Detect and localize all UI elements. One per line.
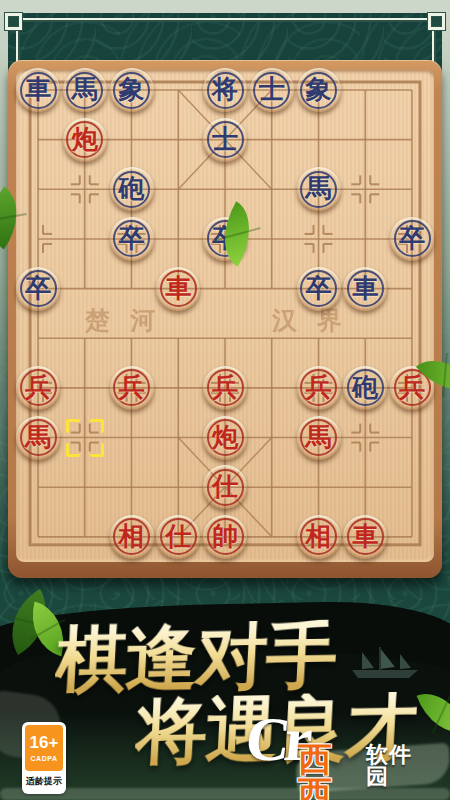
piece-red-cannon[interactable]: 炮 [63,118,107,162]
piece-glyph: 砲 [352,375,378,401]
piece-red-advisor[interactable]: 仕 [156,515,200,559]
piece-glyph: 卒 [306,276,332,302]
frame-top-strip [0,0,450,13]
piece-glyph: 車 [165,276,191,302]
piece-glyph: 炮 [72,127,98,153]
piece-red-elephant[interactable]: 相 [297,515,341,559]
piece-glyph: 象 [306,77,332,103]
xiangqi-board[interactable]: 楚河 汉界 車馬象将士象士炮砲馬卒卒卒卒車卒車兵兵兵兵砲兵馬炮馬仕相仕帥相車 [8,60,442,578]
piece-black-chariot[interactable]: 車 [16,68,60,112]
piece-black-soldier[interactable]: 卒 [16,267,60,311]
piece-glyph: 象 [119,77,145,103]
piece-red-horse[interactable]: 馬 [297,416,341,460]
piece-red-general[interactable]: 帥 [203,515,247,559]
river-label-left: 楚河 [65,304,175,334]
piece-glyph: 相 [306,524,332,550]
piece-red-chariot[interactable]: 車 [343,515,387,559]
piece-black-cannon[interactable]: 砲 [110,167,154,211]
piece-black-advisor[interactable]: 士 [203,118,247,162]
piece-glyph: 馬 [72,77,98,103]
piece-black-elephant[interactable]: 象 [297,68,341,112]
age-rating-value: 16+ [30,734,59,753]
piece-red-soldier[interactable]: 兵 [203,366,247,410]
piece-red-chariot[interactable]: 車 [156,267,200,311]
piece-red-cannon[interactable]: 炮 [203,416,247,460]
piece-black-advisor[interactable]: 士 [250,68,294,112]
piece-red-soldier[interactable]: 兵 [297,366,341,410]
piece-glyph: 兵 [399,375,425,401]
age-rating-badge: 16+ CADPA 适龄提示 [22,722,66,794]
piece-black-horse[interactable]: 馬 [63,68,107,112]
watermark-logo: Cr 西西 软件园 CR173.COM [246,702,430,794]
piece-glyph: 炮 [212,425,238,451]
piece-red-horse[interactable]: 馬 [16,416,60,460]
piece-glyph: 馬 [306,176,332,202]
age-rating-org: CADPA [31,755,58,762]
logo-brand-orange: 西西 [298,742,363,800]
piece-black-general[interactable]: 将 [203,68,247,112]
frame-corner-ornament-right [428,13,445,30]
piece-glyph: 仕 [212,474,238,500]
piece-red-advisor[interactable]: 仕 [203,465,247,509]
piece-glyph: 相 [119,524,145,550]
frame-left-strip [0,13,8,573]
age-rating-label: 适龄提示 [26,775,62,788]
piece-black-elephant[interactable]: 象 [110,68,154,112]
piece-glyph: 卒 [119,226,145,252]
piece-black-cannon[interactable]: 砲 [343,366,387,410]
river-label-right: 汉界 [252,304,362,334]
frame-border-line [16,18,434,20]
piece-black-chariot[interactable]: 車 [343,267,387,311]
piece-glyph: 兵 [25,375,51,401]
piece-red-soldier[interactable]: 兵 [16,366,60,410]
age-rating-box: 16+ CADPA [25,725,63,771]
piece-glyph: 車 [25,77,51,103]
piece-glyph: 卒 [399,226,425,252]
piece-red-elephant[interactable]: 相 [110,515,154,559]
piece-black-horse[interactable]: 馬 [297,167,341,211]
piece-glyph: 兵 [212,375,238,401]
frame-right-strip [442,13,450,573]
piece-glyph: 帥 [212,524,238,550]
piece-glyph: 馬 [25,425,51,451]
piece-glyph: 砲 [119,176,145,202]
piece-glyph: 将 [212,77,238,103]
piece-glyph: 士 [259,77,285,103]
piece-glyph: 馬 [306,425,332,451]
piece-black-soldier[interactable]: 卒 [297,267,341,311]
piece-red-soldier[interactable]: 兵 [110,366,154,410]
piece-black-soldier[interactable]: 卒 [390,217,434,261]
last-move-marker [66,419,104,457]
piece-glyph: 卒 [25,276,51,302]
junk-boat-illustration [348,646,422,680]
piece-glyph: 兵 [306,375,332,401]
logo-brand-white: 软件园 [366,744,430,788]
piece-glyph: 車 [352,524,378,550]
banner-line1: 棋逢对手 [54,620,338,697]
frame-corner-ornament-left [5,13,22,30]
piece-black-soldier[interactable]: 卒 [110,217,154,261]
piece-glyph: 兵 [119,375,145,401]
piece-glyph: 士 [212,127,238,153]
piece-glyph: 車 [352,276,378,302]
piece-glyph: 仕 [165,524,191,550]
